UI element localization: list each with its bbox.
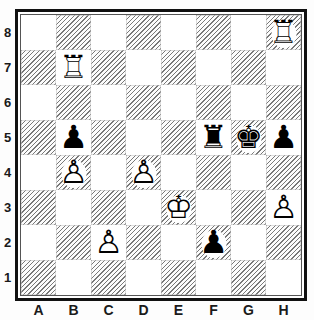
square-c2: ♙	[91, 225, 126, 260]
square-a2	[21, 225, 56, 260]
square-a8	[21, 15, 56, 50]
square-d7	[126, 50, 161, 85]
square-d1	[126, 260, 161, 295]
square-e5	[161, 120, 196, 155]
piece-black-rook: ♜	[196, 120, 231, 155]
file-label-c: C	[91, 301, 126, 319]
piece-white-pawn: ♙	[266, 190, 301, 225]
file-label-d: D	[126, 301, 161, 319]
square-h1	[266, 260, 301, 295]
square-c6	[91, 85, 126, 120]
square-e8	[161, 15, 196, 50]
square-e1	[161, 260, 196, 295]
square-f2: ♟	[196, 225, 231, 260]
square-d4: ♙	[126, 155, 161, 190]
file-label-g: G	[231, 301, 266, 319]
square-f6	[196, 85, 231, 120]
square-c7	[91, 50, 126, 85]
square-d8	[126, 15, 161, 50]
file-label-h: H	[266, 301, 301, 319]
piece-black-king: ♚	[231, 120, 266, 155]
rank-label-2: 2	[0, 225, 15, 260]
rank-label-7: 7	[0, 50, 15, 85]
square-e3: ♔	[161, 190, 196, 225]
square-h6	[266, 85, 301, 120]
piece-white-pawn: ♙	[56, 155, 91, 190]
piece-white-pawn: ♙	[126, 155, 161, 190]
square-c1	[91, 260, 126, 295]
piece-black-pawn: ♟	[196, 225, 231, 260]
rank-label-8: 8	[0, 15, 15, 50]
square-h2	[266, 225, 301, 260]
rank-label-6: 6	[0, 85, 15, 120]
square-c4	[91, 155, 126, 190]
square-d3	[126, 190, 161, 225]
piece-black-pawn: ♟	[56, 120, 91, 155]
square-g1	[231, 260, 266, 295]
square-e2	[161, 225, 196, 260]
square-b8	[56, 15, 91, 50]
square-b2	[56, 225, 91, 260]
square-b5: ♟	[56, 120, 91, 155]
square-a6	[21, 85, 56, 120]
square-b4: ♙	[56, 155, 91, 190]
rank-label-4: 4	[0, 155, 15, 190]
rank-label-1: 1	[0, 260, 15, 295]
file-label-f: F	[196, 301, 231, 319]
chessboard: ♖♖♟♜♚♟♙♙♔♙♙♟	[20, 14, 302, 296]
square-g7	[231, 50, 266, 85]
square-a4	[21, 155, 56, 190]
square-f7	[196, 50, 231, 85]
file-label-a: A	[21, 301, 56, 319]
square-g3	[231, 190, 266, 225]
square-f1	[196, 260, 231, 295]
piece-white-rook: ♖	[266, 15, 301, 50]
square-h5: ♟	[266, 120, 301, 155]
square-a1	[21, 260, 56, 295]
square-c3	[91, 190, 126, 225]
square-g4	[231, 155, 266, 190]
square-h7	[266, 50, 301, 85]
file-label-b: B	[56, 301, 91, 319]
square-f3	[196, 190, 231, 225]
square-g8	[231, 15, 266, 50]
square-e7	[161, 50, 196, 85]
rank-labels: 87654321	[0, 15, 15, 295]
square-c8	[91, 15, 126, 50]
square-b3	[56, 190, 91, 225]
square-b6	[56, 85, 91, 120]
square-f8	[196, 15, 231, 50]
piece-white-pawn: ♙	[91, 225, 126, 260]
square-b1	[56, 260, 91, 295]
square-f5: ♜	[196, 120, 231, 155]
rank-label-5: 5	[0, 120, 15, 155]
square-h3: ♙	[266, 190, 301, 225]
square-b7: ♖	[56, 50, 91, 85]
square-c5	[91, 120, 126, 155]
square-d6	[126, 85, 161, 120]
square-a5	[21, 120, 56, 155]
square-h4	[266, 155, 301, 190]
square-f4	[196, 155, 231, 190]
piece-black-pawn: ♟	[266, 120, 301, 155]
square-e4	[161, 155, 196, 190]
piece-white-rook: ♖	[56, 50, 91, 85]
rank-label-3: 3	[0, 190, 15, 225]
file-label-e: E	[161, 301, 196, 319]
square-h8: ♖	[266, 15, 301, 50]
square-a7	[21, 50, 56, 85]
square-g6	[231, 85, 266, 120]
piece-white-king: ♔	[161, 190, 196, 225]
file-labels: ABCDEFGH	[21, 301, 301, 319]
square-e6	[161, 85, 196, 120]
square-g2	[231, 225, 266, 260]
chessboard-frame: ♖♖♟♜♚♟♙♙♔♙♙♟	[15, 9, 307, 301]
square-d5	[126, 120, 161, 155]
square-g5: ♚	[231, 120, 266, 155]
square-a3	[21, 190, 56, 225]
square-d2	[126, 225, 161, 260]
